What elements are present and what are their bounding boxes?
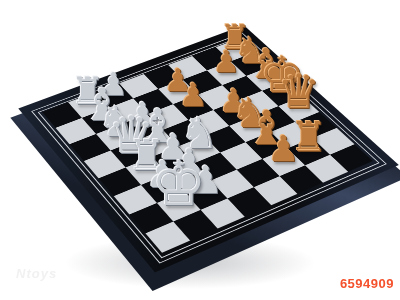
piece-bronze-pawn: ♟ xyxy=(268,131,300,167)
piece-bronze-pawn: ♟ xyxy=(213,47,240,77)
piece-silver-king: ♚ xyxy=(151,154,206,215)
piece-bronze-pawn: ♟ xyxy=(179,79,208,111)
product-code: 6594909 xyxy=(340,276,394,291)
watermark: Ntoys xyxy=(16,266,57,281)
product-photo: ♜♞♝♚♛♟♜♟♞♝♟♟♟♞♟♟♝♟♟♟♜♝♞♛♜♟♚ Ntoys 659490… xyxy=(0,0,400,300)
